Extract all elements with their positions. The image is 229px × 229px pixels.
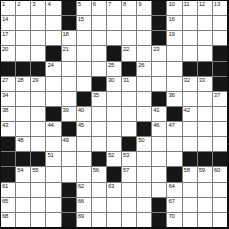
clue-number-58: 58: [184, 167, 190, 174]
cell-r8c7[interactable]: [107, 122, 121, 136]
cell-r7c2[interactable]: [31, 107, 45, 121]
clue-number-48: 48: [17, 137, 23, 144]
cell-r14c3[interactable]: [46, 213, 60, 227]
cell-r13c5[interactable]: 66: [77, 198, 91, 212]
cell-r6c12[interactable]: [183, 92, 197, 106]
cell-r5c0[interactable]: 27: [1, 77, 15, 91]
cell-r11c12[interactable]: 58: [183, 167, 197, 181]
clue-number-14: 14: [2, 16, 8, 23]
cell-r5c12[interactable]: 32: [183, 77, 197, 91]
cell-r13c0[interactable]: 65: [1, 198, 15, 212]
clue-number-56: 56: [93, 167, 99, 174]
clue-number-42: 42: [184, 107, 190, 114]
cell-r1c0[interactable]: 14: [1, 16, 15, 30]
cell-r6c0[interactable]: 34: [1, 92, 15, 106]
cell-r6c8[interactable]: [122, 92, 136, 106]
cell-r11c4[interactable]: [62, 167, 76, 181]
cell-r11c13[interactable]: 59: [198, 167, 212, 181]
cell-r2c7[interactable]: [107, 31, 121, 45]
cell-r11c1[interactable]: 54: [16, 167, 30, 181]
clue-number-31: 31: [123, 77, 129, 84]
cell-r13c11[interactable]: 67: [167, 198, 181, 212]
clue-number-28: 28: [17, 77, 23, 84]
clue-number-23: 23: [153, 46, 159, 53]
cell-r5c5[interactable]: [77, 77, 91, 91]
cell-r14c7[interactable]: [107, 213, 121, 227]
cell-r6c13[interactable]: [198, 92, 212, 106]
block-cell-r10c14: [213, 152, 227, 166]
cell-r3c10[interactable]: 23: [152, 46, 166, 60]
cell-r7c0[interactable]: 38: [1, 107, 15, 121]
cell-r2c1[interactable]: [16, 31, 30, 45]
cell-r2c6[interactable]: [92, 31, 106, 45]
cell-r14c12[interactable]: [183, 213, 197, 227]
clue-number-54: 54: [17, 167, 23, 174]
block-cell-r7c3: [46, 107, 60, 121]
clue-number-29: 29: [32, 77, 38, 84]
block-cell-r10c12: [183, 152, 197, 166]
block-cell-r4c13: [198, 62, 212, 76]
clue-number-60: 60: [214, 167, 220, 174]
cell-r4c11[interactable]: [167, 62, 181, 76]
cell-r8c14[interactable]: [213, 122, 227, 136]
cell-r2c0[interactable]: 17: [1, 31, 15, 45]
cell-r11c5[interactable]: [77, 167, 91, 181]
cell-r0c1[interactable]: 2: [16, 1, 30, 15]
cell-r7c9[interactable]: [137, 107, 151, 121]
cell-r10c7[interactable]: 52: [107, 152, 121, 166]
cell-r11c8[interactable]: 57: [122, 167, 136, 181]
clue-number-36: 36: [168, 92, 174, 99]
block-cell-r4c2: [31, 62, 45, 76]
cell-r5c8[interactable]: 31: [122, 77, 136, 91]
clue-number-38: 38: [2, 107, 8, 114]
clue-number-13: 13: [214, 1, 220, 8]
cell-r3c8[interactable]: 22: [122, 46, 136, 60]
clue-number-50: 50: [138, 137, 144, 144]
clue-number-45: 45: [78, 122, 84, 129]
cell-r12c1[interactable]: [16, 183, 30, 197]
clue-number-22: 22: [123, 46, 129, 53]
cell-r9c9[interactable]: 50: [137, 137, 151, 151]
cell-r3c11[interactable]: [167, 46, 181, 60]
block-cell-r4c1: [16, 62, 30, 76]
cell-r1c5[interactable]: 15: [77, 16, 91, 30]
clue-number-37: 37: [214, 92, 220, 99]
clue-number-8: 8: [123, 1, 126, 8]
cell-r7c8[interactable]: [122, 107, 136, 121]
clue-number-70: 70: [168, 213, 174, 220]
cell-r6c4[interactable]: [62, 92, 76, 106]
cell-r13c9[interactable]: [137, 198, 151, 212]
block-cell-r7c11: [167, 107, 181, 121]
block-cell-r10c13: [198, 152, 212, 166]
clue-number-32: 32: [184, 77, 190, 84]
cell-r12c12[interactable]: [183, 183, 197, 197]
block-cell-r3c14: [213, 46, 227, 60]
cell-r14c11[interactable]: 70: [167, 213, 181, 227]
cell-r5c2[interactable]: 29: [31, 77, 45, 91]
block-cell-r3c3: [46, 46, 60, 60]
cell-r8c8[interactable]: [122, 122, 136, 136]
block-cell-r6c5: [77, 92, 91, 106]
cell-r14c6[interactable]: [92, 213, 106, 227]
cell-r8c11[interactable]: 47: [167, 122, 181, 136]
cell-r10c3[interactable]: 51: [46, 152, 60, 166]
cell-r14c9[interactable]: [137, 213, 151, 227]
cell-r14c14[interactable]: [213, 213, 227, 227]
block-cell-r11c0: [1, 167, 15, 181]
cell-r8c3[interactable]: 44: [46, 122, 60, 136]
cell-r11c9[interactable]: [137, 167, 151, 181]
cell-r1c3[interactable]: [46, 16, 60, 30]
cell-r11c14[interactable]: 60: [213, 167, 227, 181]
clue-number-19: 19: [168, 31, 174, 38]
cell-r0c13[interactable]: 12: [198, 1, 212, 15]
cell-r3c0[interactable]: 20: [1, 46, 15, 60]
cell-r2c14[interactable]: [213, 31, 227, 45]
clue-number-46: 46: [153, 122, 159, 129]
clue-number-51: 51: [47, 152, 53, 159]
clue-number-64: 64: [168, 183, 174, 190]
cell-r13c14[interactable]: [213, 198, 227, 212]
cell-r6c11[interactable]: 36: [167, 92, 181, 106]
block-cell-r1c4: [62, 16, 76, 30]
clue-number-26: 26: [138, 62, 144, 69]
cell-r13c3[interactable]: [46, 198, 60, 212]
clue-number-53: 53: [123, 152, 129, 159]
cell-r2c4[interactable]: 18: [62, 31, 76, 45]
cell-r1c7[interactable]: [107, 16, 121, 30]
cell-r12c13[interactable]: [198, 183, 212, 197]
clue-number-27: 27: [2, 77, 8, 84]
cell-r0c9[interactable]: 9: [137, 1, 151, 15]
clue-number-7: 7: [108, 1, 111, 8]
cell-r14c0[interactable]: 68: [1, 213, 15, 227]
cell-r3c1[interactable]: [16, 46, 30, 60]
cell-r2c11[interactable]: 19: [167, 31, 181, 45]
cell-r14c1[interactable]: [16, 213, 30, 227]
clue-number-25: 25: [108, 62, 114, 69]
cell-r0c2[interactable]: 3: [31, 1, 45, 15]
block-cell-r10c6: [92, 152, 106, 166]
clue-number-65: 65: [2, 198, 8, 205]
clue-number-41: 41: [153, 107, 159, 114]
block-cell-r10c0: [1, 152, 15, 166]
cell-r3c5[interactable]: [77, 46, 91, 60]
clue-number-5: 5: [78, 1, 81, 8]
cell-r7c4[interactable]: 39: [62, 107, 76, 121]
cell-r5c4[interactable]: [62, 77, 76, 91]
cell-r4c9[interactable]: 26: [137, 62, 151, 76]
cell-r9c5[interactable]: [77, 137, 91, 151]
cell-r12c0[interactable]: 61: [1, 183, 15, 197]
cell-r1c9[interactable]: [137, 16, 151, 30]
cell-r3c6[interactable]: [92, 46, 106, 60]
block-cell-r13c10: [152, 198, 166, 212]
cell-r13c13[interactable]: [198, 198, 212, 212]
block-cell-r13c4: [62, 198, 76, 212]
clue-number-33: 33: [199, 77, 205, 84]
cell-r9c3[interactable]: [46, 137, 60, 151]
cell-r0c0[interactable]: 1: [1, 1, 15, 15]
clue-number-49: 49: [63, 137, 69, 144]
cell-r7c12[interactable]: 42: [183, 107, 197, 121]
cell-r8c2[interactable]: [31, 122, 45, 136]
cell-r7c14[interactable]: [213, 107, 227, 121]
clue-number-21: 21: [63, 46, 69, 53]
cell-r14c13[interactable]: [198, 213, 212, 227]
cell-r7c7[interactable]: [107, 107, 121, 121]
cell-r1c12[interactable]: [183, 16, 197, 30]
cell-r1c6[interactable]: [92, 16, 106, 30]
block-cell-r10c1: [16, 152, 30, 166]
cell-r9c7[interactable]: [107, 137, 121, 151]
cell-r13c8[interactable]: [122, 198, 136, 212]
block-cell-r3c7: [107, 46, 121, 60]
cell-r9c14[interactable]: [213, 137, 227, 151]
clue-number-24: 24: [47, 62, 53, 69]
clue-number-9: 9: [138, 1, 141, 8]
cell-r0c8[interactable]: 8: [122, 1, 136, 15]
cell-r2c8[interactable]: [122, 31, 136, 45]
cell-r12c2[interactable]: [31, 183, 45, 197]
clue-number-59: 59: [199, 167, 205, 174]
cell-r12c14[interactable]: [213, 183, 227, 197]
cell-r3c12[interactable]: [183, 46, 197, 60]
cell-r9c12[interactable]: [183, 137, 197, 151]
block-cell-r0c4: [62, 1, 76, 15]
crossword-grid: 1234567891011121314151617181920212223242…: [0, 0, 229, 229]
clue-number-35: 35: [93, 92, 99, 99]
cell-r6c6[interactable]: 35: [92, 92, 106, 106]
cell-r6c7[interactable]: [107, 92, 121, 106]
clue-number-68: 68: [2, 213, 8, 220]
clue-number-66: 66: [78, 198, 84, 205]
clue-number-2: 2: [17, 1, 20, 8]
cell-r2c5[interactable]: [77, 31, 91, 45]
cell-r12c8[interactable]: [122, 183, 136, 197]
block-cell-r4c14: [213, 62, 227, 76]
cell-r8c12[interactable]: [183, 122, 197, 136]
cell-r6c2[interactable]: [31, 92, 45, 106]
cell-r1c1[interactable]: [16, 16, 30, 30]
block-cell-r2c10: [152, 31, 166, 45]
clue-number-55: 55: [32, 167, 38, 174]
cell-r3c2[interactable]: [31, 46, 45, 60]
cell-r6c14[interactable]: 37: [213, 92, 227, 106]
cell-r0c14[interactable]: 13: [213, 1, 227, 15]
cell-r10c8[interactable]: 53: [122, 152, 136, 166]
cell-r10c11[interactable]: [167, 152, 181, 166]
cell-r0c5[interactable]: 5: [77, 1, 91, 15]
cell-r13c2[interactable]: [31, 198, 45, 212]
cell-r12c10[interactable]: [152, 183, 166, 197]
cell-r8c5[interactable]: 45: [77, 122, 91, 136]
cell-r11c3[interactable]: [46, 167, 60, 181]
cell-r7c13[interactable]: [198, 107, 212, 121]
clue-number-57: 57: [123, 167, 129, 174]
clue-number-6: 6: [93, 1, 96, 8]
cell-r0c6[interactable]: 6: [92, 1, 106, 15]
block-cell-r14c4: [62, 213, 76, 227]
block-cell-r10c2: [31, 152, 45, 166]
cell-r14c8[interactable]: [122, 213, 136, 227]
cell-r2c9[interactable]: [137, 31, 151, 45]
cell-r14c2[interactable]: [31, 213, 45, 227]
block-cell-r4c12: [183, 62, 197, 76]
block-cell-r4c0: [1, 62, 15, 76]
cell-r10c5[interactable]: [77, 152, 91, 166]
clue-number-16: 16: [168, 16, 174, 23]
cell-r12c7[interactable]: 63: [107, 183, 121, 197]
cell-r6c3[interactable]: [46, 92, 60, 106]
cell-r5c3[interactable]: [46, 77, 60, 91]
block-cell-r1c10: [152, 16, 166, 30]
clue-number-18: 18: [63, 31, 69, 38]
cell-r3c9[interactable]: [137, 46, 151, 60]
cell-r10c4[interactable]: [62, 152, 76, 166]
cell-r12c6[interactable]: [92, 183, 106, 197]
clue-number-3: 3: [32, 1, 35, 8]
clue-number-15: 15: [78, 16, 84, 23]
cell-r1c2[interactable]: [31, 16, 45, 30]
cell-r4c10[interactable]: [152, 62, 166, 76]
clue-number-44: 44: [47, 122, 53, 129]
cell-r9c10[interactable]: [152, 137, 166, 151]
clue-number-62: 62: [78, 183, 84, 190]
cell-r7c5[interactable]: 40: [77, 107, 91, 121]
clue-number-40: 40: [78, 107, 84, 114]
clue-number-43: 43: [2, 122, 8, 129]
clue-number-69: 69: [78, 213, 84, 220]
cell-r7c1[interactable]: [16, 107, 30, 121]
block-cell-r5c14: [213, 77, 227, 91]
cell-r8c10[interactable]: 46: [152, 122, 166, 136]
cell-r8c6[interactable]: [92, 122, 106, 136]
cell-r2c13[interactable]: [198, 31, 212, 45]
cell-r7c10[interactable]: 41: [152, 107, 166, 121]
block-cell-r5c6: [92, 77, 106, 91]
cell-r0c7[interactable]: 7: [107, 1, 121, 15]
cell-r8c1[interactable]: [16, 122, 30, 136]
cell-r9c4[interactable]: 49: [62, 137, 76, 151]
cell-r10c10[interactable]: [152, 152, 166, 166]
cell-r13c1[interactable]: [16, 198, 30, 212]
block-cell-r11c11: [167, 167, 181, 181]
cell-r12c9[interactable]: [137, 183, 151, 197]
clue-number-11: 11: [184, 1, 190, 8]
block-cell-r9c0: [1, 137, 15, 151]
clue-number-17: 17: [2, 31, 8, 38]
clue-number-1: 1: [2, 1, 5, 8]
cell-r11c6[interactable]: 56: [92, 167, 106, 181]
clue-number-12: 12: [199, 1, 205, 8]
clue-number-30: 30: [108, 77, 114, 84]
cell-r0c11[interactable]: 10: [167, 1, 181, 15]
block-cell-r9c8: [122, 137, 136, 151]
cell-r5c10[interactable]: [152, 77, 166, 91]
cell-r1c13[interactable]: [198, 16, 212, 30]
cell-r2c2[interactable]: [31, 31, 45, 45]
cell-r9c11[interactable]: [167, 137, 181, 151]
cell-r0c12[interactable]: 11: [183, 1, 197, 15]
cell-r4c5[interactable]: [77, 62, 91, 76]
cell-r12c5[interactable]: 62: [77, 183, 91, 197]
clue-number-52: 52: [108, 152, 114, 159]
cell-r3c4[interactable]: 21: [62, 46, 76, 60]
cell-r5c9[interactable]: [137, 77, 151, 91]
cell-r9c6[interactable]: [92, 137, 106, 151]
clue-number-47: 47: [168, 122, 174, 129]
cell-r9c2[interactable]: [31, 137, 45, 151]
cell-r9c1[interactable]: 48: [16, 137, 30, 151]
cell-r7c6[interactable]: [92, 107, 106, 121]
block-cell-r6c10: [152, 92, 166, 106]
cell-r6c9[interactable]: [137, 92, 151, 106]
cell-r1c11[interactable]: 16: [167, 16, 181, 30]
cell-r10c9[interactable]: [137, 152, 151, 166]
block-cell-r12c4: [62, 183, 76, 197]
clue-number-4: 4: [47, 1, 50, 8]
cell-r4c3[interactable]: 24: [46, 62, 60, 76]
clue-number-34: 34: [2, 92, 8, 99]
cell-r9c13[interactable]: [198, 137, 212, 151]
block-cell-r4c8: [122, 62, 136, 76]
cell-r11c10[interactable]: [152, 167, 166, 181]
clue-number-10: 10: [168, 1, 174, 8]
clue-number-63: 63: [108, 183, 114, 190]
cell-r2c3[interactable]: [46, 31, 60, 45]
block-cell-r8c9: [137, 122, 151, 136]
cell-r5c13[interactable]: 33: [198, 77, 212, 91]
cell-r14c5[interactable]: 69: [77, 213, 91, 227]
cell-r12c3[interactable]: [46, 183, 60, 197]
block-cell-r11c7: [107, 167, 121, 181]
cell-r8c13[interactable]: [198, 122, 212, 136]
cell-r6c1[interactable]: [16, 92, 30, 106]
cell-r4c4[interactable]: [62, 62, 76, 76]
cell-r8c0[interactable]: 43: [1, 122, 15, 136]
block-cell-r14c10: [152, 213, 166, 227]
cell-r1c8[interactable]: [122, 16, 136, 30]
cell-r2c12[interactable]: [183, 31, 197, 45]
cell-r12c11[interactable]: 64: [167, 183, 181, 197]
block-cell-r0c10: [152, 1, 166, 15]
cell-r13c6[interactable]: [92, 198, 106, 212]
cell-r5c1[interactable]: 28: [16, 77, 30, 91]
cell-r3c13[interactable]: [198, 46, 212, 60]
clue-number-20: 20: [2, 46, 8, 53]
clue-number-61: 61: [2, 183, 8, 190]
clue-number-67: 67: [168, 198, 174, 205]
cell-r4c6[interactable]: [92, 62, 106, 76]
clue-number-39: 39: [63, 107, 69, 114]
cell-r1c14[interactable]: [213, 16, 227, 30]
cell-r4c7[interactable]: 25: [107, 62, 121, 76]
cell-r13c12[interactable]: [183, 198, 197, 212]
block-cell-r8c4: [62, 122, 76, 136]
cell-r11c2[interactable]: 55: [31, 167, 45, 181]
cell-r5c11[interactable]: [167, 77, 181, 91]
cell-r0c3[interactable]: 4: [46, 1, 60, 15]
cell-r13c7[interactable]: [107, 198, 121, 212]
cell-r5c7[interactable]: 30: [107, 77, 121, 91]
